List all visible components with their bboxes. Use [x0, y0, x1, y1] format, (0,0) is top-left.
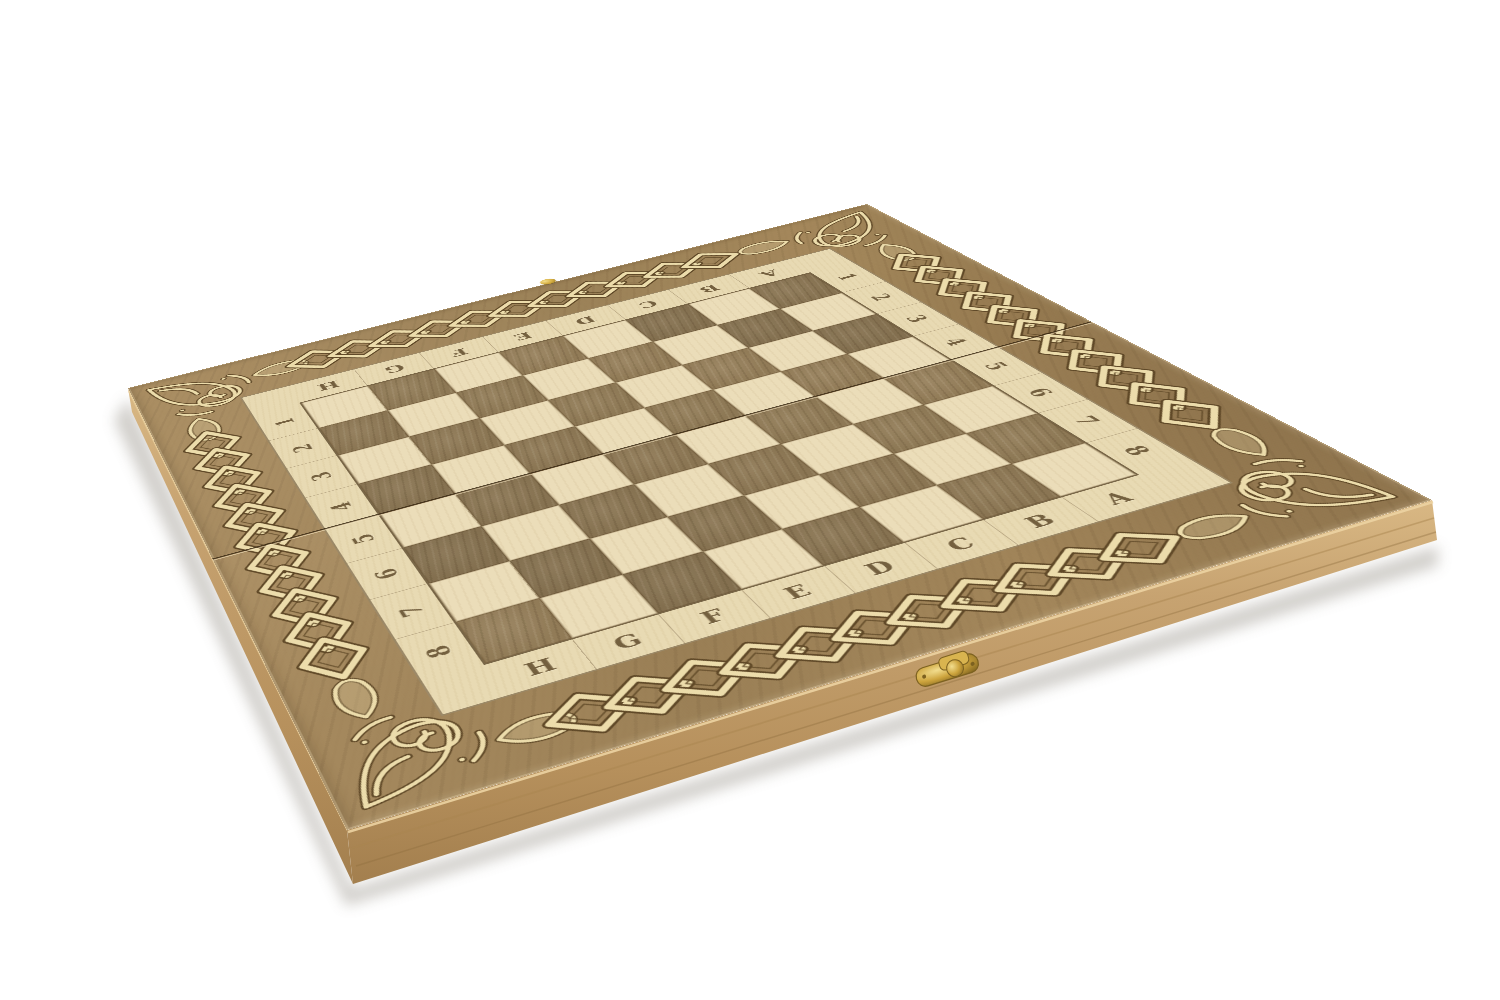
- product-photo-scene: { "game": "chess", "board_description": …: [0, 0, 1500, 1000]
